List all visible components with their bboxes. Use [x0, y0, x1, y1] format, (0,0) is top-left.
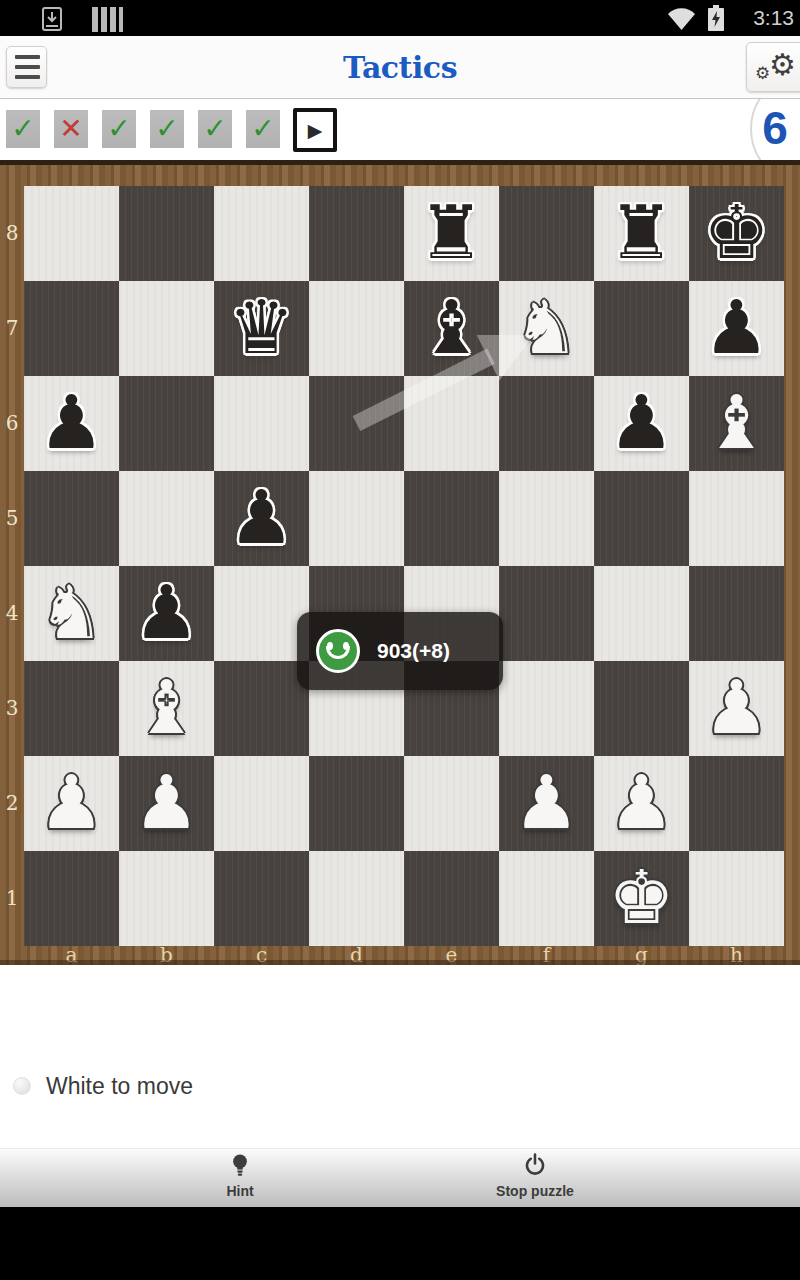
turn-indicator-label: White to move [46, 1073, 193, 1100]
square-h7[interactable]: ♟ [689, 281, 784, 376]
square-h1[interactable] [689, 851, 784, 946]
square-f7[interactable]: ♞ [499, 281, 594, 376]
black-king-h8[interactable]: ♚ [689, 186, 784, 281]
black-queen-c7[interactable]: ♛ [214, 281, 309, 376]
square-a7[interactable] [24, 281, 119, 376]
square-a3[interactable] [24, 661, 119, 756]
square-g1[interactable]: ♚ [594, 851, 689, 946]
square-d1[interactable] [309, 851, 404, 946]
square-c3[interactable] [214, 661, 309, 756]
power-icon [521, 1152, 549, 1178]
smiley-success-icon [316, 629, 360, 673]
square-g2[interactable]: ♟ [594, 756, 689, 851]
black-pawn-g6[interactable]: ♟ [594, 376, 689, 471]
white-knight-a4[interactable]: ♞ [24, 566, 119, 661]
file-label-h: h [689, 946, 784, 966]
square-c5[interactable]: ♟ [214, 471, 309, 566]
hamburger-bar [15, 55, 40, 59]
result-mark-correct: ✓ [6, 110, 40, 148]
hamburger-bar [15, 75, 40, 79]
square-e6[interactable] [404, 376, 499, 471]
square-a2[interactable]: ♟ [24, 756, 119, 851]
square-g8[interactable]: ♜ [594, 186, 689, 281]
rating-gain-text: 903(+8) [377, 639, 450, 663]
hamburger-menu-button[interactable] [6, 46, 47, 88]
square-c7[interactable]: ♛ [214, 281, 309, 376]
rank-label-4: 4 [0, 566, 24, 661]
page-title: Tactics [0, 36, 800, 99]
white-bishop-b3[interactable]: ♝ [119, 661, 214, 756]
square-g7[interactable] [594, 281, 689, 376]
square-f6[interactable] [499, 376, 594, 471]
puzzle-counter: 6 [754, 99, 796, 160]
square-f3[interactable] [499, 661, 594, 756]
square-d6[interactable] [309, 376, 404, 471]
white-pawn-h3[interactable]: ♟ [689, 661, 784, 756]
rank-label-5: 5 [0, 471, 24, 566]
rank-label-6: 6 [0, 376, 24, 471]
white-pawn-g2[interactable]: ♟ [594, 756, 689, 851]
square-h5[interactable] [689, 471, 784, 566]
square-b5[interactable] [119, 471, 214, 566]
puzzle-results-strip: ✓✕✓✓✓✓ ▶ 6 [0, 99, 800, 160]
result-mark-wrong: ✕ [54, 110, 88, 148]
black-rook-e8[interactable]: ♜ [404, 186, 499, 281]
square-e1[interactable] [404, 851, 499, 946]
square-f2[interactable]: ♟ [499, 756, 594, 851]
square-h4[interactable] [689, 566, 784, 661]
white-pawn-f2[interactable]: ♟ [499, 756, 594, 851]
square-d7[interactable] [309, 281, 404, 376]
square-a4[interactable]: ♞ [24, 566, 119, 661]
white-pawn-b2[interactable]: ♟ [119, 756, 214, 851]
status-time: 3:13 [753, 6, 794, 30]
chess-board[interactable]: ♜♜♚♛♝♞♟♟♟♝♟♞♟♝♟♟♟♟♟♚ [24, 186, 784, 946]
result-mark-correct: ✓ [198, 110, 232, 148]
white-king-g1[interactable]: ♚ [594, 851, 689, 946]
square-g3[interactable] [594, 661, 689, 756]
square-a5[interactable] [24, 471, 119, 566]
rank-label-3: 3 [0, 661, 24, 756]
square-b1[interactable] [119, 851, 214, 946]
white-pawn-a2[interactable]: ♟ [24, 756, 119, 851]
rank-label-7: 7 [0, 281, 24, 376]
file-label-c: c [214, 946, 309, 966]
result-mark-correct: ✓ [150, 110, 184, 148]
square-h3[interactable]: ♟ [689, 661, 784, 756]
square-c8[interactable] [214, 186, 309, 281]
result-mark-correct: ✓ [102, 110, 136, 148]
square-e7[interactable]: ♝ [404, 281, 499, 376]
square-c1[interactable] [214, 851, 309, 946]
white-knight-f7[interactable]: ♞ [499, 281, 594, 376]
black-pawn-b4[interactable]: ♟ [119, 566, 214, 661]
square-e8[interactable]: ♜ [404, 186, 499, 281]
square-f1[interactable] [499, 851, 594, 946]
gear-icon: ⚙ [769, 47, 796, 82]
gear-small-icon: ⚙ [755, 63, 770, 83]
black-pawn-a6[interactable]: ♟ [24, 376, 119, 471]
square-b4[interactable]: ♟ [119, 566, 214, 661]
square-d8[interactable] [309, 186, 404, 281]
square-a8[interactable] [24, 186, 119, 281]
square-g6[interactable]: ♟ [594, 376, 689, 471]
chess-board-frame: 87654321 abcdefgh ♜♜♚♛♝♞♟♟♟♝♟♞♟♝♟♟♟♟♟♚ 9… [0, 160, 800, 965]
square-d5[interactable] [309, 471, 404, 566]
square-f8[interactable] [499, 186, 594, 281]
hamburger-bar [15, 65, 40, 69]
smiley-mouth [326, 646, 350, 659]
square-b6[interactable] [119, 376, 214, 471]
square-c2[interactable] [214, 756, 309, 851]
success-toast: 903(+8) [297, 612, 503, 690]
square-e5[interactable] [404, 471, 499, 566]
file-label-f: f [499, 946, 594, 966]
stop-puzzle-label: Stop puzzle [455, 1183, 615, 1199]
square-b8[interactable] [119, 186, 214, 281]
square-b7[interactable] [119, 281, 214, 376]
square-f4[interactable] [499, 566, 594, 661]
play-icon: ▶ [308, 119, 323, 141]
settings-button[interactable]: ⚙ ⚙ [746, 42, 800, 92]
black-rook-g8[interactable]: ♜ [594, 186, 689, 281]
file-label-e: e [404, 946, 499, 966]
file-label-a: a [24, 946, 119, 966]
black-pawn-c5[interactable]: ♟ [214, 471, 309, 566]
lightbulb-icon [229, 1152, 251, 1178]
black-pawn-h7[interactable]: ♟ [689, 281, 784, 376]
square-d2[interactable] [309, 756, 404, 851]
rating-slider-row: 891 903 00:57 [0, 965, 800, 1040]
app-bar: Tactics ⚙ ⚙ [0, 36, 800, 99]
square-a1[interactable] [24, 851, 119, 946]
square-c6[interactable] [214, 376, 309, 471]
file-label-g: g [594, 946, 689, 966]
square-g4[interactable] [594, 566, 689, 661]
action-toolbar: Hint Stop puzzle [0, 1148, 800, 1207]
square-b2[interactable]: ♟ [119, 756, 214, 851]
android-status-bar: 3:13 [0, 0, 800, 36]
hint-label: Hint [160, 1183, 320, 1199]
square-f5[interactable] [499, 471, 594, 566]
rank-label-2: 2 [0, 756, 24, 851]
rank-label-1: 1 [0, 851, 24, 946]
result-mark-correct: ✓ [246, 110, 280, 148]
app-screen: 3:13 Tactics ⚙ ⚙ ✓✕✓✓✓✓ ▶ 6 87654321 abc… [0, 0, 800, 1280]
square-h8[interactable]: ♚ [689, 186, 784, 281]
file-label-b: b [119, 946, 214, 966]
square-a6[interactable]: ♟ [24, 376, 119, 471]
square-e2[interactable] [404, 756, 499, 851]
notification-bars-icon [92, 7, 126, 32]
square-g5[interactable] [594, 471, 689, 566]
play-button[interactable]: ▶ [293, 108, 337, 152]
white-bishop-h6[interactable]: ♝ [689, 376, 784, 471]
battery-charging-icon [708, 5, 724, 31]
white-to-move-dot [13, 1077, 31, 1095]
square-c4[interactable] [214, 566, 309, 661]
file-label-d: d [309, 946, 404, 966]
black-bishop-e7[interactable]: ♝ [404, 281, 499, 376]
android-nav-bar [0, 1207, 800, 1280]
hint-button[interactable]: Hint [160, 1152, 320, 1205]
square-h2[interactable] [689, 756, 784, 851]
stop-puzzle-button[interactable]: Stop puzzle [455, 1152, 615, 1205]
download-icon [42, 7, 62, 31]
square-b3[interactable]: ♝ [119, 661, 214, 756]
rank-label-8: 8 [0, 186, 24, 281]
wifi-icon [667, 6, 696, 30]
square-h6[interactable]: ♝ [689, 376, 784, 471]
